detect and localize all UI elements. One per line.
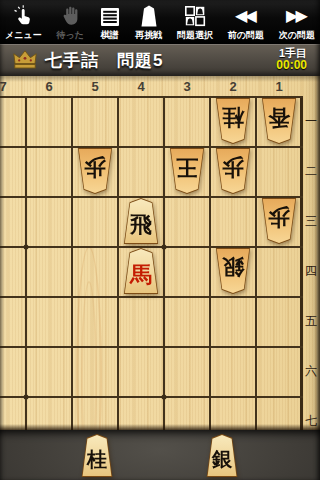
toolbar-button-kifu[interactable]: 棋譜 <box>99 3 121 42</box>
piece-kanji: 王 <box>168 150 206 185</box>
file-label-2: 2 <box>229 76 236 96</box>
rank-label-1: 一 <box>303 113 319 130</box>
title-bar: 七手詰 問題5 1手目 00:00 <box>0 44 320 76</box>
rank-label-5: 五 <box>303 313 319 330</box>
record-sheet-icon <box>99 3 121 28</box>
timer: 00:00 <box>276 59 307 72</box>
rewind-icon: ◀◀ <box>235 3 257 28</box>
shogi-board[interactable]: 7654321一二三四五六七桂香歩王歩飛歩馬銀 <box>0 76 320 430</box>
problem-title: 七手詰 問題5 <box>45 49 163 72</box>
hoshi-dot <box>24 395 29 400</box>
piece-13-gote-pawn[interactable]: 歩 <box>260 198 298 244</box>
toolbar-button-retry[interactable]: 再挑戦 <box>135 3 162 42</box>
open-palm-icon <box>59 3 82 28</box>
grid-line <box>0 296 303 298</box>
toolbar-label-prev-problem: 前の問題 <box>228 29 264 42</box>
piece-kanji: 歩 <box>76 150 114 185</box>
toolbar-label-select-problem: 再挑戦 <box>135 29 162 42</box>
piece-kanji: 銀 <box>214 250 252 285</box>
piece-43-sente-rook[interactable]: 飛 <box>122 198 160 244</box>
piece-kanji: 飛 <box>122 207 160 242</box>
toolbar-label-problem-select: 問題選択 <box>177 29 213 42</box>
file-label-5: 5 <box>91 76 98 96</box>
piece-kanji: 馬 <box>122 257 160 292</box>
grid-line <box>0 146 303 148</box>
piece-kanji: 歩 <box>214 150 252 185</box>
grid-line <box>0 346 303 348</box>
toolbar-button-matta[interactable]: 待った <box>56 3 83 42</box>
toolbar-label-next-problem: 次の問題 <box>279 29 315 42</box>
hoshi-dot <box>162 245 167 250</box>
grid-line <box>0 396 303 398</box>
piece-kanji: 桂 <box>80 443 114 475</box>
pointing-hand-icon <box>12 3 35 28</box>
piece-11-gote-lance[interactable]: 香 <box>260 98 298 144</box>
rank-label-6: 六 <box>303 363 319 380</box>
sente-hand-tray: 桂銀 <box>0 430 320 480</box>
piece-kanji: 桂 <box>214 100 252 135</box>
toolbar-button-problem-select[interactable]: 問題選択 <box>177 3 213 42</box>
piece-52-gote-pawn[interactable]: 歩 <box>76 148 114 194</box>
piece-24-gote-silver[interactable]: 銀 <box>214 248 252 294</box>
file-label-3: 3 <box>183 76 190 96</box>
toolbar-button-next-problem[interactable]: ▶▶ 次の問題 <box>279 3 315 42</box>
move-info: 1手目 00:00 <box>276 47 307 72</box>
toolbar-button-menu[interactable]: メニュー <box>5 3 42 42</box>
piece-21-gote-knight[interactable]: 桂 <box>214 98 252 144</box>
rank-label-3: 三 <box>303 213 319 230</box>
hoshi-dot <box>24 245 29 250</box>
toolbar-button-prev-problem[interactable]: ◀◀ 前の問題 <box>228 3 264 42</box>
forward-icon: ▶▶ <box>286 3 308 28</box>
file-label-1: 1 <box>275 76 282 96</box>
rank-label-2: 二 <box>303 163 319 180</box>
rank-label-7: 七 <box>303 413 319 430</box>
toolbar-label-menu: メニュー <box>5 29 42 42</box>
toolbar: メニュー 待った 棋譜 再挑戦 問題選択 ◀◀ <box>0 0 320 44</box>
hoshi-dot <box>162 395 167 400</box>
hand-piece-knight[interactable]: 桂 <box>80 434 114 477</box>
toolbar-label-kifu: 棋譜 <box>101 29 119 42</box>
problem-grid-icon <box>183 3 207 28</box>
piece-44-sente-promoted-bishop[interactable]: 馬 <box>122 248 160 294</box>
piece-kanji: 歩 <box>260 200 298 235</box>
piece-kanji: 銀 <box>205 443 239 475</box>
rank-label-4: 四 <box>303 263 319 280</box>
grid-line <box>0 96 303 98</box>
piece-icon <box>138 3 160 28</box>
toolbar-label-matta: 待った <box>56 29 83 42</box>
file-label-4: 4 <box>137 76 144 96</box>
file-label-7: 7 <box>0 76 7 96</box>
piece-22-gote-pawn[interactable]: 歩 <box>214 148 252 194</box>
file-label-6: 6 <box>45 76 52 96</box>
hand-piece-silver[interactable]: 銀 <box>205 434 239 477</box>
piece-kanji: 香 <box>260 100 298 135</box>
app-screen: メニュー 待った 棋譜 再挑戦 問題選択 ◀◀ <box>0 0 320 480</box>
crown-icon <box>12 48 38 72</box>
piece-32-gote-king[interactable]: 王 <box>168 148 206 194</box>
